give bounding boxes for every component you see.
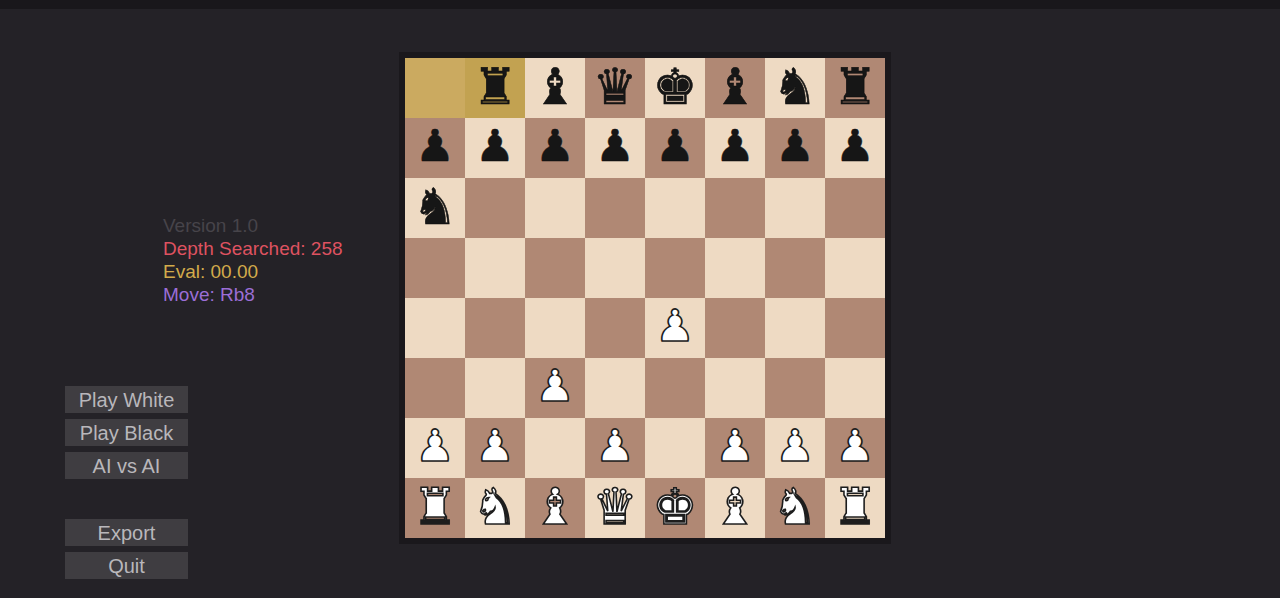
piece-black-pawn[interactable]: ♟ <box>525 118 585 178</box>
square-b3[interactable] <box>465 358 525 418</box>
square-h2[interactable]: ♟ <box>825 418 885 478</box>
square-e2[interactable] <box>645 418 705 478</box>
piece-black-pawn[interactable]: ♟ <box>825 118 885 178</box>
piece-white-pawn[interactable]: ♟ <box>585 418 645 478</box>
square-h1[interactable]: ♜ <box>825 478 885 538</box>
square-f5[interactable] <box>705 238 765 298</box>
square-h3[interactable] <box>825 358 885 418</box>
square-d7[interactable]: ♟ <box>585 118 645 178</box>
square-f3[interactable] <box>705 358 765 418</box>
square-e1[interactable]: ♚ <box>645 478 705 538</box>
square-b7[interactable]: ♟ <box>465 118 525 178</box>
piece-white-rook[interactable]: ♜ <box>405 478 465 538</box>
piece-black-pawn[interactable]: ♟ <box>585 118 645 178</box>
square-g1[interactable]: ♞ <box>765 478 825 538</box>
square-d2[interactable]: ♟ <box>585 418 645 478</box>
move-label: Move: Rb8 <box>163 283 343 306</box>
square-c6[interactable] <box>525 178 585 238</box>
piece-white-pawn[interactable]: ♟ <box>765 418 825 478</box>
piece-black-pawn[interactable]: ♟ <box>765 118 825 178</box>
square-g3[interactable] <box>765 358 825 418</box>
piece-black-pawn[interactable]: ♟ <box>705 118 765 178</box>
square-g4[interactable] <box>765 298 825 358</box>
play-black-button[interactable]: Play Black <box>65 419 188 446</box>
square-h8[interactable]: ♜ <box>825 58 885 118</box>
square-b6[interactable] <box>465 178 525 238</box>
piece-black-pawn[interactable]: ♟ <box>465 118 525 178</box>
square-c1[interactable]: ♝ <box>525 478 585 538</box>
square-b1[interactable]: ♞ <box>465 478 525 538</box>
square-d8[interactable]: ♛ <box>585 58 645 118</box>
square-h7[interactable]: ♟ <box>825 118 885 178</box>
square-f1[interactable]: ♝ <box>705 478 765 538</box>
piece-white-pawn[interactable]: ♟ <box>465 418 525 478</box>
square-f8[interactable]: ♝ <box>705 58 765 118</box>
ai-vs-ai-button[interactable]: AI vs AI <box>65 452 188 479</box>
square-f6[interactable] <box>705 178 765 238</box>
square-e4[interactable]: ♟ <box>645 298 705 358</box>
piece-black-king[interactable]: ♚ <box>645 58 705 118</box>
square-h6[interactable] <box>825 178 885 238</box>
square-g8[interactable]: ♞ <box>765 58 825 118</box>
square-a7[interactable]: ♟ <box>405 118 465 178</box>
square-c3[interactable]: ♟ <box>525 358 585 418</box>
piece-white-queen[interactable]: ♛ <box>585 478 645 538</box>
square-e7[interactable]: ♟ <box>645 118 705 178</box>
square-a8[interactable] <box>405 58 465 118</box>
piece-black-rook[interactable]: ♜ <box>825 58 885 118</box>
square-d5[interactable] <box>585 238 645 298</box>
square-a2[interactable]: ♟ <box>405 418 465 478</box>
square-h5[interactable] <box>825 238 885 298</box>
piece-white-knight[interactable]: ♞ <box>765 478 825 538</box>
square-b2[interactable]: ♟ <box>465 418 525 478</box>
depth-searched-label: Depth Searched: 258 <box>163 237 343 260</box>
square-d4[interactable] <box>585 298 645 358</box>
piece-white-knight[interactable]: ♞ <box>465 478 525 538</box>
piece-black-pawn[interactable]: ♟ <box>645 118 705 178</box>
square-f7[interactable]: ♟ <box>705 118 765 178</box>
engine-info-panel: Version 1.0 Depth Searched: 258 Eval: 00… <box>163 214 343 306</box>
title-bar <box>0 0 1280 9</box>
square-a4[interactable] <box>405 298 465 358</box>
square-d6[interactable] <box>585 178 645 238</box>
square-b8[interactable]: ♜ <box>465 58 525 118</box>
square-e3[interactable] <box>645 358 705 418</box>
square-d3[interactable] <box>585 358 645 418</box>
square-b4[interactable] <box>465 298 525 358</box>
piece-white-pawn[interactable]: ♟ <box>645 298 705 358</box>
square-c7[interactable]: ♟ <box>525 118 585 178</box>
piece-white-pawn[interactable]: ♟ <box>825 418 885 478</box>
square-g6[interactable] <box>765 178 825 238</box>
piece-white-pawn[interactable]: ♟ <box>525 358 585 418</box>
square-c5[interactable] <box>525 238 585 298</box>
square-b5[interactable] <box>465 238 525 298</box>
square-g2[interactable]: ♟ <box>765 418 825 478</box>
piece-black-knight[interactable]: ♞ <box>765 58 825 118</box>
play-white-button[interactable]: Play White <box>65 386 188 413</box>
piece-black-pawn[interactable]: ♟ <box>405 118 465 178</box>
square-h4[interactable] <box>825 298 885 358</box>
piece-black-rook[interactable]: ♜ <box>465 58 525 118</box>
piece-white-bishop[interactable]: ♝ <box>525 478 585 538</box>
square-e6[interactable] <box>645 178 705 238</box>
piece-white-pawn[interactable]: ♟ <box>405 418 465 478</box>
square-f2[interactable]: ♟ <box>705 418 765 478</box>
square-c4[interactable] <box>525 298 585 358</box>
piece-black-knight[interactable]: ♞ <box>405 178 465 238</box>
square-g5[interactable] <box>765 238 825 298</box>
piece-white-pawn[interactable]: ♟ <box>705 418 765 478</box>
piece-white-king[interactable]: ♚ <box>645 478 705 538</box>
square-e5[interactable] <box>645 238 705 298</box>
square-a1[interactable]: ♜ <box>405 478 465 538</box>
square-a3[interactable] <box>405 358 465 418</box>
piece-white-bishop[interactable]: ♝ <box>705 478 765 538</box>
square-c2[interactable] <box>525 418 585 478</box>
square-e8[interactable]: ♚ <box>645 58 705 118</box>
piece-black-queen[interactable]: ♛ <box>585 58 645 118</box>
square-a6[interactable]: ♞ <box>405 178 465 238</box>
quit-button[interactable]: Quit <box>65 552 188 579</box>
piece-black-bishop[interactable]: ♝ <box>525 58 585 118</box>
square-g7[interactable]: ♟ <box>765 118 825 178</box>
square-f4[interactable] <box>705 298 765 358</box>
app-background: { "game": "chess", "position": { "fen": … <box>0 0 1280 598</box>
square-a5[interactable] <box>405 238 465 298</box>
square-d1[interactable]: ♛ <box>585 478 645 538</box>
piece-white-rook[interactable]: ♜ <box>825 478 885 538</box>
chess-board: ♜♝♛♚♝♞♜♟♟♟♟♟♟♟♟♞♟♟♟♟♟♟♟♟♜♞♝♛♚♝♞♜ <box>399 52 891 544</box>
version-label: Version 1.0 <box>163 214 343 237</box>
eval-label: Eval: 00.00 <box>163 260 343 283</box>
square-c8[interactable]: ♝ <box>525 58 585 118</box>
piece-black-bishop[interactable]: ♝ <box>705 58 765 118</box>
export-button[interactable]: Export <box>65 519 188 546</box>
